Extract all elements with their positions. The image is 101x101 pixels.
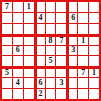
cell-r9c9[interactable] <box>89 89 99 99</box>
cell-r9c2[interactable] <box>13 89 23 99</box>
cell-r7c5[interactable] <box>46 67 56 77</box>
cell-r2c7[interactable]: 6 <box>67 13 77 23</box>
cell-r2c3[interactable] <box>24 13 34 23</box>
cell-r9c7[interactable] <box>67 89 77 99</box>
cell-r8c5[interactable] <box>46 78 56 88</box>
cell-r3c1[interactable] <box>2 24 12 34</box>
cell-r9c4[interactable]: 2 <box>35 89 45 99</box>
cell-r1c7[interactable] <box>67 2 77 12</box>
cell-r1c6[interactable] <box>56 2 66 12</box>
cell-r6c5[interactable]: 5 <box>46 56 56 66</box>
cell-r8c8[interactable] <box>78 78 88 88</box>
cell-r3c6[interactable] <box>56 24 66 34</box>
cell-r6c6[interactable] <box>56 56 66 66</box>
cell-r7c1[interactable]: 5 <box>2 67 12 77</box>
cell-r2c1[interactable] <box>2 13 12 23</box>
cell-r7c6[interactable] <box>56 67 66 77</box>
cell-r5c8[interactable] <box>78 46 88 56</box>
cell-r8c2[interactable]: 4 <box>13 78 23 88</box>
cell-r5c7[interactable]: 3 <box>67 46 77 56</box>
cell-r9c5[interactable] <box>46 89 56 99</box>
cell-r4c1[interactable] <box>2 35 12 45</box>
cell-r6c1[interactable] <box>2 56 12 66</box>
cell-r5c9[interactable] <box>89 46 99 56</box>
sudoku-board: 71468716355714632 <box>0 0 101 101</box>
cell-r9c3[interactable] <box>24 89 34 99</box>
cell-r3c7[interactable] <box>67 24 77 34</box>
cell-r4c7[interactable] <box>67 35 77 45</box>
cell-r8c9[interactable] <box>89 78 99 88</box>
cell-r3c2[interactable] <box>13 24 23 34</box>
cell-r7c3[interactable] <box>24 67 34 77</box>
cell-r7c9[interactable]: 1 <box>89 67 99 77</box>
cell-r9c6[interactable] <box>56 89 66 99</box>
cell-r5c1[interactable] <box>2 46 12 56</box>
cell-r6c4[interactable] <box>35 56 45 66</box>
cell-r1c5[interactable] <box>46 2 56 12</box>
cell-r4c8[interactable]: 1 <box>78 35 88 45</box>
cell-r1c1[interactable]: 7 <box>2 2 12 12</box>
cell-r3c8[interactable] <box>78 24 88 34</box>
cell-r3c4[interactable] <box>35 24 45 34</box>
cell-r6c9[interactable] <box>89 56 99 66</box>
cell-r6c2[interactable] <box>13 56 23 66</box>
cell-r8c1[interactable] <box>2 78 12 88</box>
cell-r2c6[interactable] <box>56 13 66 23</box>
cell-r4c9[interactable] <box>89 35 99 45</box>
cell-r4c4[interactable] <box>35 35 45 45</box>
cell-r1c3[interactable]: 1 <box>24 2 34 12</box>
cell-r6c8[interactable] <box>78 56 88 66</box>
cell-r4c5[interactable]: 8 <box>46 35 56 45</box>
cell-r7c4[interactable] <box>35 67 45 77</box>
cell-r5c6[interactable] <box>56 46 66 56</box>
cell-r5c3[interactable] <box>24 46 34 56</box>
cell-r6c3[interactable] <box>24 56 34 66</box>
cell-r9c1[interactable] <box>2 89 12 99</box>
cell-r8c4[interactable]: 6 <box>35 78 45 88</box>
cell-r1c4[interactable] <box>35 2 45 12</box>
cell-r8c7[interactable] <box>67 78 77 88</box>
cell-r2c2[interactable] <box>13 13 23 23</box>
cell-r5c4[interactable] <box>35 46 45 56</box>
cell-r5c5[interactable] <box>46 46 56 56</box>
cell-r2c8[interactable] <box>78 13 88 23</box>
cell-r2c5[interactable] <box>46 13 56 23</box>
cell-r7c2[interactable] <box>13 67 23 77</box>
cell-r1c8[interactable] <box>78 2 88 12</box>
cell-r1c9[interactable] <box>89 2 99 12</box>
cell-r3c9[interactable] <box>89 24 99 34</box>
cell-r5c2[interactable]: 6 <box>13 46 23 56</box>
cell-r8c3[interactable] <box>24 78 34 88</box>
cell-r4c6[interactable]: 7 <box>56 35 66 45</box>
cell-r3c5[interactable] <box>46 24 56 34</box>
cell-r1c2[interactable] <box>13 2 23 12</box>
cell-r2c4[interactable]: 4 <box>35 13 45 23</box>
cell-r4c3[interactable] <box>24 35 34 45</box>
cell-r7c7[interactable] <box>67 67 77 77</box>
cell-r4c2[interactable] <box>13 35 23 45</box>
cell-r7c8[interactable]: 7 <box>78 67 88 77</box>
cell-r9c8[interactable] <box>78 89 88 99</box>
cell-r6c7[interactable] <box>67 56 77 66</box>
cell-r3c3[interactable] <box>24 24 34 34</box>
cell-r2c9[interactable] <box>89 13 99 23</box>
cell-r8c6[interactable]: 3 <box>56 78 66 88</box>
